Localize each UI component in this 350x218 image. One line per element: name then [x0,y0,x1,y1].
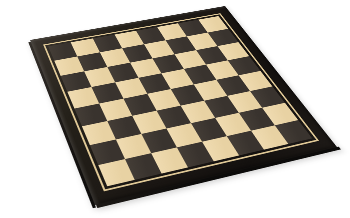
chessboard [30,6,337,205]
maple-inlay-line [43,13,319,191]
product-photo-background [0,0,350,218]
playing-field [48,16,312,186]
